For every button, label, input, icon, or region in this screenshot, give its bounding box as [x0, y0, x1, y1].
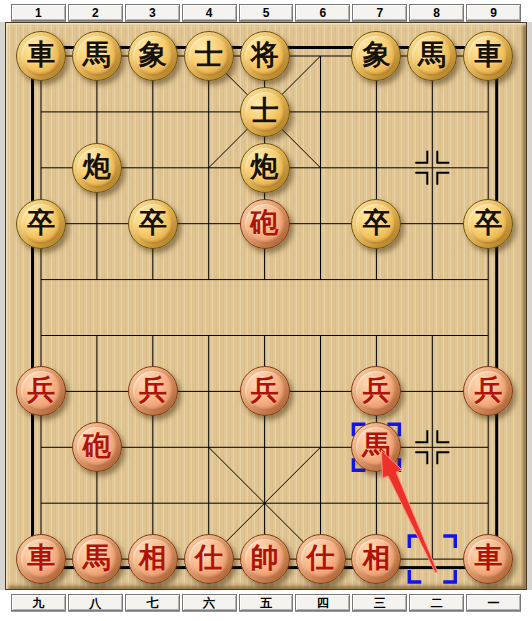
piece-black-advisor[interactable]: 士: [240, 87, 290, 137]
file-label-top: 5: [239, 4, 294, 21]
piece-glyph: 卒: [362, 209, 390, 237]
piece-face: 砲: [77, 427, 117, 467]
piece-red-horse[interactable]: 馬: [72, 534, 122, 584]
piece-face: 車: [468, 539, 508, 579]
piece-face: 兵: [245, 371, 285, 411]
piece-face: 将: [245, 36, 285, 76]
piece-glyph: 馬: [83, 41, 111, 69]
piece-black-soldier[interactable]: 卒: [16, 199, 66, 249]
piece-face: 仕: [189, 539, 229, 579]
piece-glyph: 車: [474, 41, 502, 69]
piece-glyph: 卒: [139, 209, 167, 237]
piece-face: 炮: [77, 148, 117, 188]
piece-red-general[interactable]: 帥: [240, 534, 290, 584]
piece-face: 馬: [412, 36, 452, 76]
piece-glyph: 馬: [418, 41, 446, 69]
piece-face: 仕: [301, 539, 341, 579]
piece-glyph: 仕: [307, 544, 335, 572]
file-label-bottom: 七: [125, 594, 180, 611]
piece-black-chariot[interactable]: 車: [16, 31, 66, 81]
piece-black-elephant[interactable]: 象: [351, 31, 401, 81]
piece-glyph: 卒: [27, 209, 55, 237]
piece-glyph: 馬: [362, 432, 390, 460]
piece-red-horse-selected[interactable]: 馬: [351, 422, 401, 472]
bottom-coordinate-bar: 九八七六五四三二一: [11, 594, 521, 611]
piece-glyph: 兵: [139, 376, 167, 404]
file-label-bottom: 一: [466, 594, 521, 611]
piece-black-horse[interactable]: 馬: [72, 31, 122, 81]
piece-black-soldier[interactable]: 卒: [351, 199, 401, 249]
file-label-bottom: 三: [352, 594, 407, 611]
piece-glyph: 帥: [251, 544, 279, 572]
piece-face: 卒: [21, 204, 61, 244]
piece-face: 炮: [245, 148, 285, 188]
top-coordinate-bar: 123456789: [11, 4, 521, 21]
piece-face: 車: [21, 36, 61, 76]
piece-red-advisor[interactable]: 仕: [296, 534, 346, 584]
piece-red-soldier[interactable]: 兵: [128, 366, 178, 416]
piece-glyph: 炮: [83, 153, 111, 181]
piece-glyph: 象: [362, 41, 390, 69]
piece-face: 兵: [133, 371, 173, 411]
file-label-top: 1: [11, 4, 66, 21]
file-label-top: 2: [68, 4, 123, 21]
piece-face: 砲: [245, 204, 285, 244]
piece-glyph: 兵: [362, 376, 390, 404]
piece-face: 相: [133, 539, 173, 579]
piece-glyph: 相: [139, 544, 167, 572]
piece-face: 士: [245, 92, 285, 132]
piece-glyph: 将: [251, 41, 279, 69]
piece-glyph: 仕: [195, 544, 223, 572]
xiangqi-board[interactable]: 車馬象士将象馬車士炮炮卒卒砲卒卒兵兵兵兵兵砲馬車馬相仕帥仕相車: [5, 22, 527, 590]
piece-face: 車: [21, 539, 61, 579]
piece-black-general[interactable]: 将: [240, 31, 290, 81]
piece-red-chariot[interactable]: 車: [463, 534, 513, 584]
file-label-top: 4: [182, 4, 237, 21]
piece-red-cannon[interactable]: 砲: [72, 422, 122, 472]
file-label-bottom: 六: [182, 594, 237, 611]
piece-glyph: 車: [474, 544, 502, 572]
piece-glyph: 馬: [83, 544, 111, 572]
piece-red-elephant[interactable]: 相: [351, 534, 401, 584]
piece-glyph: 車: [27, 544, 55, 572]
piece-red-soldier[interactable]: 兵: [351, 366, 401, 416]
piece-face: 兵: [21, 371, 61, 411]
piece-black-advisor[interactable]: 士: [184, 31, 234, 81]
piece-glyph: 砲: [251, 209, 279, 237]
piece-face: 車: [468, 36, 508, 76]
piece-glyph: 相: [362, 544, 390, 572]
piece-glyph: 炮: [251, 153, 279, 181]
piece-red-advisor[interactable]: 仕: [184, 534, 234, 584]
piece-face: 馬: [356, 427, 396, 467]
file-label-bottom: 九: [11, 594, 66, 611]
piece-face: 兵: [468, 371, 508, 411]
piece-face: 士: [189, 36, 229, 76]
piece-red-chariot[interactable]: 車: [16, 534, 66, 584]
piece-red-soldier[interactable]: 兵: [463, 366, 513, 416]
piece-face: 卒: [356, 204, 396, 244]
file-label-bottom: 四: [295, 594, 350, 611]
file-label-bottom: 五: [239, 594, 294, 611]
piece-red-soldier[interactable]: 兵: [240, 366, 290, 416]
piece-glyph: 士: [251, 97, 279, 125]
file-label-bottom: 二: [409, 594, 464, 611]
piece-face: 象: [133, 36, 173, 76]
piece-glyph: 象: [139, 41, 167, 69]
piece-face: 馬: [77, 36, 117, 76]
piece-black-horse[interactable]: 馬: [407, 31, 457, 81]
piece-face: 馬: [77, 539, 117, 579]
piece-glyph: 兵: [27, 376, 55, 404]
file-label-top: 3: [125, 4, 180, 21]
piece-glyph: 卒: [474, 209, 502, 237]
file-label-top: 6: [295, 4, 350, 21]
piece-glyph: 砲: [83, 432, 111, 460]
piece-glyph: 兵: [251, 376, 279, 404]
piece-black-cannon[interactable]: 炮: [72, 143, 122, 193]
piece-glyph: 士: [195, 41, 223, 69]
right-gutter: [527, 22, 532, 590]
piece-face: 象: [356, 36, 396, 76]
piece-black-elephant[interactable]: 象: [128, 31, 178, 81]
piece-red-soldier[interactable]: 兵: [16, 366, 66, 416]
piece-face: 卒: [133, 204, 173, 244]
piece-red-cannon[interactable]: 砲: [240, 199, 290, 249]
piece-face: 相: [356, 539, 396, 579]
piece-black-soldier[interactable]: 卒: [463, 199, 513, 249]
piece-glyph: 車: [27, 41, 55, 69]
file-label-top: 7: [352, 4, 407, 21]
piece-face: 帥: [245, 539, 285, 579]
piece-face: 兵: [356, 371, 396, 411]
file-label-top: 9: [466, 4, 521, 21]
file-label-top: 8: [409, 4, 464, 21]
piece-red-elephant[interactable]: 相: [128, 534, 178, 584]
piece-face: 卒: [468, 204, 508, 244]
piece-glyph: 兵: [474, 376, 502, 404]
file-label-bottom: 八: [68, 594, 123, 611]
piece-black-soldier[interactable]: 卒: [128, 199, 178, 249]
piece-black-cannon[interactable]: 炮: [240, 143, 290, 193]
piece-black-chariot[interactable]: 車: [463, 31, 513, 81]
